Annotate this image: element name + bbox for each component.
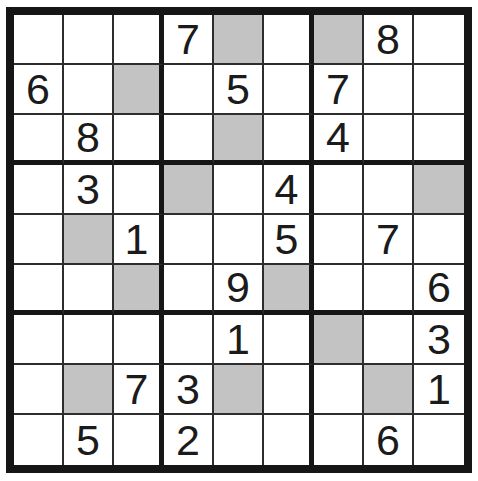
cell-r2c7-given-7[interactable]: 7 (314, 65, 364, 115)
cell-r1c5-shaded[interactable] (214, 15, 264, 65)
cell-r4c4-shaded[interactable] (164, 165, 214, 215)
cell-r5c8-given-7[interactable]: 7 (364, 215, 414, 265)
cell-r6c5-given-9[interactable]: 9 (214, 265, 264, 315)
cell-r2c3-shaded[interactable] (114, 65, 164, 115)
cell-r6c1-empty[interactable] (14, 265, 64, 315)
cell-r3c6-empty[interactable] (264, 115, 314, 165)
board-wrapper: 7865784341579613731526 (0, 0, 478, 473)
cell-r6c9-given-6[interactable]: 6 (414, 265, 464, 315)
cell-r9c6-empty[interactable] (264, 415, 314, 465)
cell-r2c4-empty[interactable] (164, 65, 214, 115)
cell-r3c2-given-8[interactable]: 8 (64, 115, 114, 165)
cell-r3c3-empty[interactable] (114, 115, 164, 165)
cell-r7c1-empty[interactable] (14, 315, 64, 365)
cell-r6c2-empty[interactable] (64, 265, 114, 315)
cell-r1c9-empty[interactable] (414, 15, 464, 65)
cell-r6c8-empty[interactable] (364, 265, 414, 315)
cell-r4c7-empty[interactable] (314, 165, 364, 215)
cell-r3c5-shaded[interactable] (214, 115, 264, 165)
cell-r9c5-empty[interactable] (214, 415, 264, 465)
cell-r8c6-empty[interactable] (264, 365, 314, 415)
cell-r4c1-empty[interactable] (14, 165, 64, 215)
cell-r5c6-given-5[interactable]: 5 (264, 215, 314, 265)
cell-r6c6-shaded[interactable] (264, 265, 314, 315)
cell-r3c9-empty[interactable] (414, 115, 464, 165)
cell-r4c5-empty[interactable] (214, 165, 264, 215)
cell-r4c9-shaded[interactable] (414, 165, 464, 215)
cell-r2c9-empty[interactable] (414, 65, 464, 115)
cell-r1c7-shaded[interactable] (314, 15, 364, 65)
cell-r9c7-empty[interactable] (314, 415, 364, 465)
cell-r2c1-given-6[interactable]: 6 (14, 65, 64, 115)
cell-r9c8-given-6[interactable]: 6 (364, 415, 414, 465)
cell-r1c2-empty[interactable] (64, 15, 114, 65)
cell-r2c2-empty[interactable] (64, 65, 114, 115)
cell-r4c6-given-4[interactable]: 4 (264, 165, 314, 215)
cell-r9c3-empty[interactable] (114, 415, 164, 465)
cell-r1c8-given-8[interactable]: 8 (364, 15, 414, 65)
cell-r7c4-empty[interactable] (164, 315, 214, 365)
cell-r6c3-shaded[interactable] (114, 265, 164, 315)
cell-r5c5-empty[interactable] (214, 215, 264, 265)
cell-r1c4-given-7[interactable]: 7 (164, 15, 214, 65)
cell-r7c6-empty[interactable] (264, 315, 314, 365)
cell-r7c5-given-1[interactable]: 1 (214, 315, 264, 365)
cell-r7c2-empty[interactable] (64, 315, 114, 365)
cell-r7c3-empty[interactable] (114, 315, 164, 365)
cell-r1c1-empty[interactable] (14, 15, 64, 65)
cell-r9c2-given-5[interactable]: 5 (64, 415, 114, 465)
cell-r8c2-shaded[interactable] (64, 365, 114, 415)
cell-r4c2-given-3[interactable]: 3 (64, 165, 114, 215)
cell-r8c8-shaded[interactable] (364, 365, 414, 415)
cell-r5c1-empty[interactable] (14, 215, 64, 265)
cell-r3c4-empty[interactable] (164, 115, 214, 165)
cell-r6c7-empty[interactable] (314, 265, 364, 315)
cell-r5c4-empty[interactable] (164, 215, 214, 265)
cell-r3c7-given-4[interactable]: 4 (314, 115, 364, 165)
cell-r2c8-empty[interactable] (364, 65, 414, 115)
cell-r4c3-empty[interactable] (114, 165, 164, 215)
cell-r5c2-shaded[interactable] (64, 215, 114, 265)
cell-r8c5-shaded[interactable] (214, 365, 264, 415)
cell-r7c8-empty[interactable] (364, 315, 414, 365)
cell-r5c7-empty[interactable] (314, 215, 364, 265)
sudoku-board: 7865784341579613731526 (6, 7, 472, 473)
cell-r2c6-empty[interactable] (264, 65, 314, 115)
cell-r7c9-given-3[interactable]: 3 (414, 315, 464, 365)
cell-r9c1-empty[interactable] (14, 415, 64, 465)
cell-r9c4-given-2[interactable]: 2 (164, 415, 214, 465)
cell-r8c1-empty[interactable] (14, 365, 64, 415)
cell-r1c3-empty[interactable] (114, 15, 164, 65)
cell-r8c3-given-7[interactable]: 7 (114, 365, 164, 415)
cell-r5c3-given-1[interactable]: 1 (114, 215, 164, 265)
cell-r6c4-empty[interactable] (164, 265, 214, 315)
cell-r9c9-empty[interactable] (414, 415, 464, 465)
cell-r2c5-given-5[interactable]: 5 (214, 65, 264, 115)
cell-r7c7-shaded[interactable] (314, 315, 364, 365)
cell-r4c8-empty[interactable] (364, 165, 414, 215)
cell-r5c9-empty[interactable] (414, 215, 464, 265)
cell-r3c8-empty[interactable] (364, 115, 414, 165)
cell-r3c1-empty[interactable] (14, 115, 64, 165)
cell-r8c9-given-1[interactable]: 1 (414, 365, 464, 415)
cell-r1c6-empty[interactable] (264, 15, 314, 65)
cell-r8c7-empty[interactable] (314, 365, 364, 415)
cell-r8c4-given-3[interactable]: 3 (164, 365, 214, 415)
